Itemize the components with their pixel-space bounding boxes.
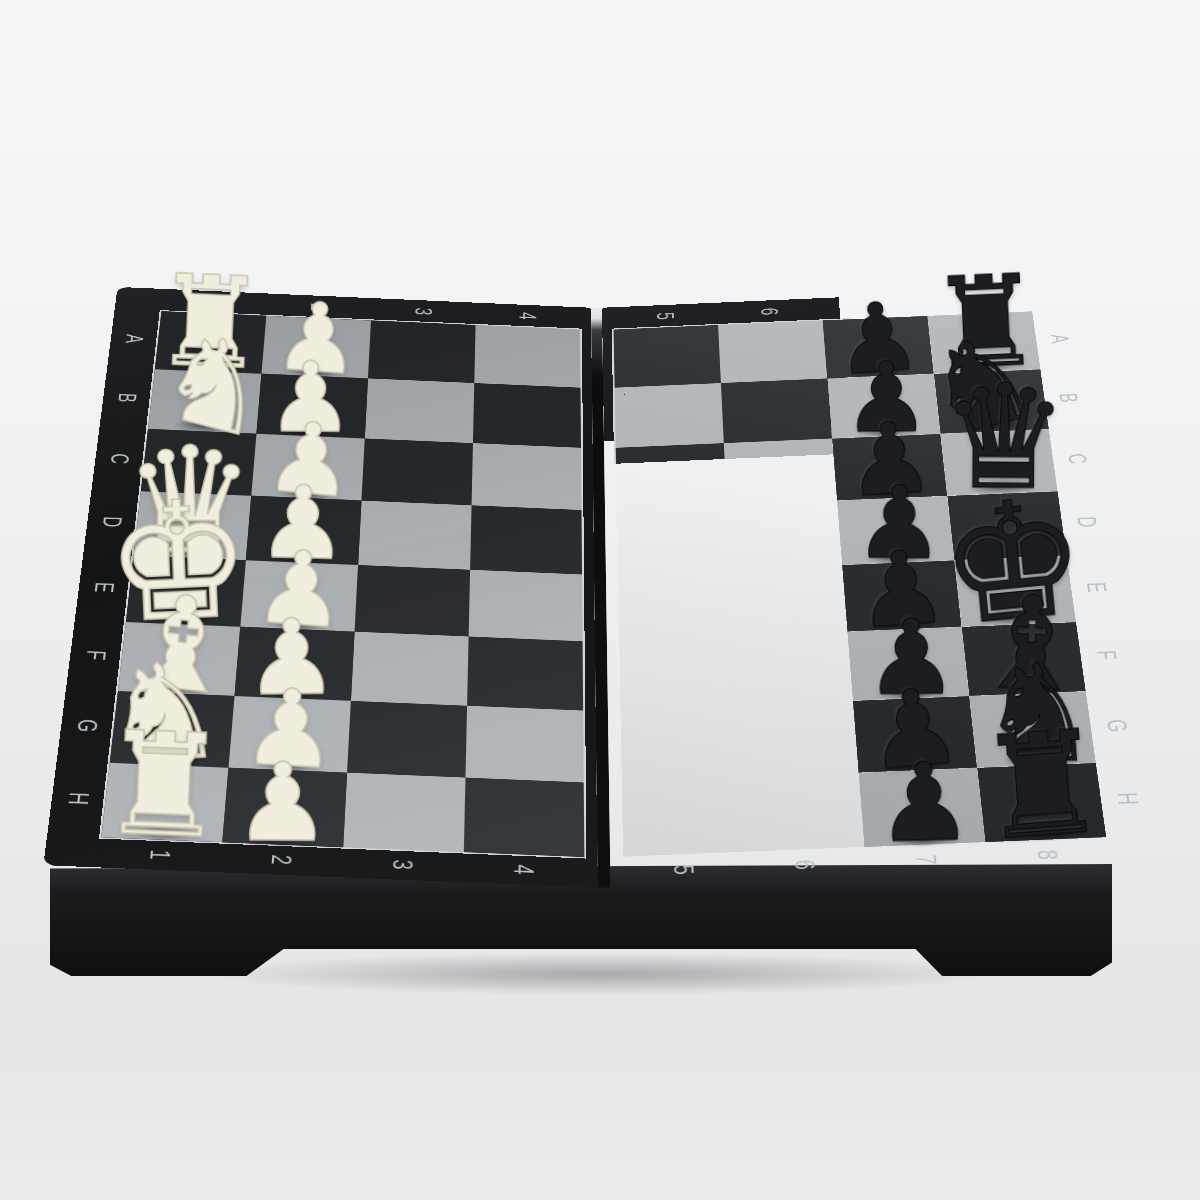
square-e5	[618, 570, 733, 642]
square-g4	[465, 706, 583, 783]
square-d5	[617, 505, 730, 574]
square-h2: ♟	[222, 768, 347, 847]
square-c4	[472, 443, 582, 510]
rank-label-3-top: 3	[371, 298, 476, 325]
playfield-left: ♜♟♞♟♟♛♟♚♟♝♟♞♟♜♟	[101, 311, 584, 857]
square-f6	[733, 632, 853, 706]
rank-label-5-top: 5	[613, 303, 718, 330]
square-a3	[368, 320, 476, 383]
square-e3	[355, 565, 471, 637]
square-h5	[622, 778, 744, 858]
square-b4	[473, 383, 581, 448]
playfield-right: ♟♜♟♞♟♛♟♟♚♟♝♟♞♟♜	[614, 311, 1107, 857]
square-g5	[620, 706, 740, 783]
square-g3	[347, 701, 467, 778]
square-h6	[740, 773, 864, 853]
chess-board: ♜♟♞♟♟♛♟♚♟♝♟♞♟♜♟ 11223344ABCDEFGH ♟♜♟♞♟♛♟…	[44, 308, 1164, 888]
square-h8: ♜	[977, 763, 1106, 842]
square-d4	[470, 505, 582, 574]
square-a4	[474, 325, 580, 388]
square-h7: ♟	[859, 768, 986, 847]
board-half-ranks-5-8: ♟♜♟♞♟♛♟♟♚♟♝♟♞♟♜ 55667788ABCDEFGH	[602, 287, 1165, 888]
square-h3	[343, 773, 465, 853]
square-f3	[351, 632, 469, 706]
square-c5	[616, 443, 727, 510]
board-half-ranks-1-4: ♜♟♞♟♟♛♟♚♟♝♟♞♟♜♟ 11223344ABCDEFGH	[43, 287, 597, 888]
square-e6	[730, 565, 847, 637]
square-h4	[464, 778, 585, 858]
square-f4	[467, 636, 583, 710]
square-c3	[361, 438, 472, 505]
square-a6	[718, 320, 827, 383]
rank-label-5-bottom: 5	[623, 852, 745, 887]
square-d6	[727, 501, 842, 570]
square-b5	[615, 383, 724, 448]
rank-label-6-bottom: 6	[744, 847, 867, 882]
rank-label-4-top: 4	[476, 303, 580, 330]
square-h1: ♜	[101, 763, 228, 842]
rank-label-3-bottom: 3	[342, 847, 464, 882]
square-f5	[619, 636, 736, 710]
square-b3	[365, 378, 475, 443]
square-b6	[721, 378, 832, 443]
black-pawn-h7: ♟	[874, 748, 974, 858]
square-g6	[737, 701, 859, 778]
white-rook-h1: ♜	[96, 711, 230, 859]
square-d3	[358, 501, 471, 570]
square-e4	[469, 570, 583, 642]
white-pawn-h2: ♟	[234, 749, 332, 858]
scene: ♜♟♞♟♟♛♟♚♟♝♟♞♟♜♟ 11223344ABCDEFGH ♟♜♟♞♟♛♟…	[0, 0, 1200, 1200]
black-rook-h8: ♜	[972, 709, 1111, 861]
rank-label-4-bottom: 4	[463, 852, 584, 887]
square-c6	[724, 438, 837, 505]
square-a5	[614, 325, 721, 388]
rank-label-6-top: 6	[717, 298, 823, 325]
